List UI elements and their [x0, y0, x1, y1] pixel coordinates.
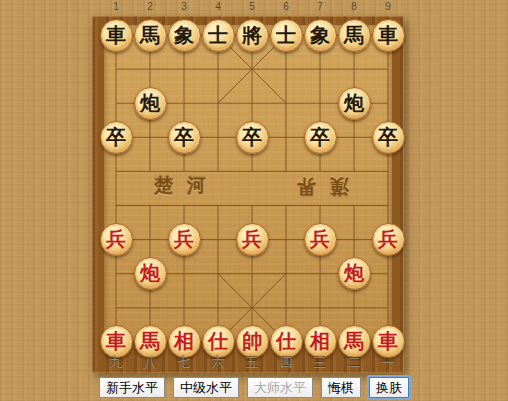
- bottom-coordinates: 九八七六五四三二一: [99, 353, 405, 373]
- piece-black-elephant[interactable]: 象: [304, 19, 337, 52]
- piece-black-advisor[interactable]: 士: [270, 19, 303, 52]
- file-numeral-label: 四: [269, 353, 303, 373]
- xiangqi-app: 123456789 楚河 漢界 車馬象士將士象馬車炮炮卒卒卒卒卒兵兵兵: [0, 0, 508, 401]
- novice-level-button[interactable]: 新手水平: [99, 377, 165, 398]
- file-number-label: 9: [371, 1, 405, 14]
- file-numeral-label: 五: [235, 353, 269, 373]
- button-bar: 新手水平中级水平大师水平悔棋换肤: [0, 377, 508, 398]
- file-number-label: 8: [337, 1, 371, 14]
- intermediate-level-button[interactable]: 中级水平: [173, 377, 239, 398]
- piece-red-cannon[interactable]: 炮: [338, 257, 371, 290]
- piece-red-soldier[interactable]: 兵: [304, 223, 337, 256]
- file-number-label: 7: [303, 1, 337, 14]
- piece-red-soldier[interactable]: 兵: [372, 223, 405, 256]
- piece-red-soldier[interactable]: 兵: [100, 223, 133, 256]
- piece-black-soldier[interactable]: 卒: [168, 121, 201, 154]
- change-skin-button[interactable]: 换肤: [369, 377, 409, 398]
- piece-black-soldier[interactable]: 卒: [304, 121, 337, 154]
- piece-black-chariot[interactable]: 車: [100, 19, 133, 52]
- file-number-label: 5: [235, 1, 269, 14]
- file-number-label: 2: [133, 1, 167, 14]
- piece-black-horse[interactable]: 馬: [134, 19, 167, 52]
- file-numeral-label: 九: [99, 353, 133, 373]
- piece-red-soldier[interactable]: 兵: [236, 223, 269, 256]
- pieces-grid: 車馬象士將士象馬車炮炮卒卒卒卒卒兵兵兵兵兵炮炮車馬相仕帥仕相馬車: [99, 18, 405, 359]
- file-number-label: 4: [201, 1, 235, 14]
- piece-red-soldier[interactable]: 兵: [168, 223, 201, 256]
- file-number-label: 1: [99, 1, 133, 14]
- file-numeral-label: 三: [303, 353, 337, 373]
- piece-black-general[interactable]: 將: [236, 19, 269, 52]
- piece-black-elephant[interactable]: 象: [168, 19, 201, 52]
- file-numeral-label: 二: [337, 353, 371, 373]
- undo-move-button[interactable]: 悔棋: [321, 377, 361, 398]
- file-numeral-label: 八: [133, 353, 167, 373]
- piece-black-cannon[interactable]: 炮: [134, 87, 167, 120]
- piece-black-soldier[interactable]: 卒: [372, 121, 405, 154]
- file-numeral-label: 六: [201, 353, 235, 373]
- piece-black-chariot[interactable]: 車: [372, 19, 405, 52]
- piece-black-cannon[interactable]: 炮: [338, 87, 371, 120]
- piece-black-soldier[interactable]: 卒: [100, 121, 133, 154]
- file-numeral-label: 七: [167, 353, 201, 373]
- top-coordinates: 123456789: [99, 1, 405, 14]
- master-level-button[interactable]: 大师水平: [247, 377, 313, 398]
- piece-black-advisor[interactable]: 士: [202, 19, 235, 52]
- piece-red-cannon[interactable]: 炮: [134, 257, 167, 290]
- piece-black-soldier[interactable]: 卒: [236, 121, 269, 154]
- piece-black-horse[interactable]: 馬: [338, 19, 371, 52]
- file-numeral-label: 一: [371, 353, 405, 373]
- file-number-label: 6: [269, 1, 303, 14]
- file-number-label: 3: [167, 1, 201, 14]
